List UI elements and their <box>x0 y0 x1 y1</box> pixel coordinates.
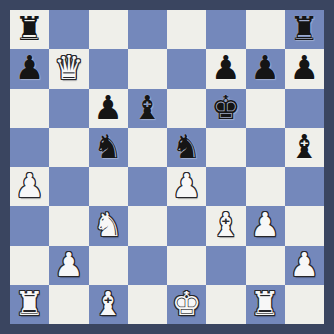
square-c1[interactable]: ♝ <box>89 285 128 324</box>
square-c6[interactable]: ♟ <box>89 89 128 128</box>
piece-black-pawn-f7[interactable]: ♟ <box>211 51 241 84</box>
square-e4[interactable]: ♟ <box>167 167 206 206</box>
chess-board: ♜♜♟♛♟♟♟♟♝♚♞♞♝♟♟♞♝♟♟♟♜♝♚♜ <box>10 10 324 324</box>
square-g1[interactable]: ♜ <box>246 285 285 324</box>
square-h7[interactable]: ♟ <box>285 49 324 88</box>
square-g2[interactable] <box>246 246 285 285</box>
piece-black-bishop-d6[interactable]: ♝ <box>133 91 163 124</box>
square-a3[interactable] <box>10 206 49 245</box>
square-b5[interactable] <box>49 128 88 167</box>
piece-black-bishop-h5[interactable]: ♝ <box>290 130 320 163</box>
square-b2[interactable]: ♟ <box>49 246 88 285</box>
square-a2[interactable] <box>10 246 49 285</box>
square-h2[interactable]: ♟ <box>285 246 324 285</box>
piece-black-pawn-h7[interactable]: ♟ <box>290 51 320 84</box>
chess-board-frame: ♜♜♟♛♟♟♟♟♝♚♞♞♝♟♟♞♝♟♟♟♜♝♚♜ <box>0 0 334 334</box>
square-b6[interactable] <box>49 89 88 128</box>
square-g4[interactable] <box>246 167 285 206</box>
square-a4[interactable]: ♟ <box>10 167 49 206</box>
square-c8[interactable] <box>89 10 128 49</box>
square-a7[interactable]: ♟ <box>10 49 49 88</box>
piece-white-bishop-c1[interactable]: ♝ <box>93 287 123 320</box>
square-f4[interactable] <box>206 167 245 206</box>
square-b1[interactable] <box>49 285 88 324</box>
square-d1[interactable] <box>128 285 167 324</box>
square-h1[interactable] <box>285 285 324 324</box>
square-e2[interactable] <box>167 246 206 285</box>
square-f7[interactable]: ♟ <box>206 49 245 88</box>
piece-white-pawn-g3[interactable]: ♟ <box>250 208 280 241</box>
square-e5[interactable]: ♞ <box>167 128 206 167</box>
square-h8[interactable]: ♜ <box>285 10 324 49</box>
square-f3[interactable]: ♝ <box>206 206 245 245</box>
square-a1[interactable]: ♜ <box>10 285 49 324</box>
square-c5[interactable]: ♞ <box>89 128 128 167</box>
piece-white-bishop-f3[interactable]: ♝ <box>211 208 241 241</box>
square-g6[interactable] <box>246 89 285 128</box>
square-a5[interactable] <box>10 128 49 167</box>
piece-black-rook-h8[interactable]: ♜ <box>290 12 320 45</box>
square-d6[interactable]: ♝ <box>128 89 167 128</box>
square-e7[interactable] <box>167 49 206 88</box>
piece-white-knight-c3[interactable]: ♞ <box>93 208 123 241</box>
piece-white-pawn-e4[interactable]: ♟ <box>172 169 202 202</box>
square-d2[interactable] <box>128 246 167 285</box>
square-e6[interactable] <box>167 89 206 128</box>
piece-white-rook-a1[interactable]: ♜ <box>15 287 45 320</box>
square-d5[interactable] <box>128 128 167 167</box>
square-c4[interactable] <box>89 167 128 206</box>
square-a6[interactable] <box>10 89 49 128</box>
piece-black-knight-e5[interactable]: ♞ <box>172 130 202 163</box>
square-h3[interactable] <box>285 206 324 245</box>
square-h6[interactable] <box>285 89 324 128</box>
square-g7[interactable]: ♟ <box>246 49 285 88</box>
square-b4[interactable] <box>49 167 88 206</box>
piece-white-pawn-b2[interactable]: ♟ <box>54 248 84 281</box>
piece-white-queen-b7[interactable]: ♛ <box>54 51 84 84</box>
square-d4[interactable] <box>128 167 167 206</box>
square-e8[interactable] <box>167 10 206 49</box>
square-a8[interactable]: ♜ <box>10 10 49 49</box>
square-d8[interactable] <box>128 10 167 49</box>
square-b7[interactable]: ♛ <box>49 49 88 88</box>
square-e3[interactable] <box>167 206 206 245</box>
square-f8[interactable] <box>206 10 245 49</box>
square-f2[interactable] <box>206 246 245 285</box>
square-d3[interactable] <box>128 206 167 245</box>
piece-black-pawn-g7[interactable]: ♟ <box>250 51 280 84</box>
piece-white-pawn-h2[interactable]: ♟ <box>290 248 320 281</box>
piece-black-rook-a8[interactable]: ♜ <box>15 12 45 45</box>
square-b8[interactable] <box>49 10 88 49</box>
piece-white-pawn-a4[interactable]: ♟ <box>15 169 45 202</box>
piece-black-king-f6[interactable]: ♚ <box>211 91 241 124</box>
square-h4[interactable] <box>285 167 324 206</box>
square-f5[interactable] <box>206 128 245 167</box>
piece-black-pawn-c6[interactable]: ♟ <box>93 91 123 124</box>
square-c2[interactable] <box>89 246 128 285</box>
square-c7[interactable] <box>89 49 128 88</box>
square-g5[interactable] <box>246 128 285 167</box>
square-f6[interactable]: ♚ <box>206 89 245 128</box>
square-c3[interactable]: ♞ <box>89 206 128 245</box>
square-g3[interactable]: ♟ <box>246 206 285 245</box>
piece-white-rook-g1[interactable]: ♜ <box>250 287 280 320</box>
piece-white-king-e1[interactable]: ♚ <box>172 287 202 320</box>
piece-black-pawn-a7[interactable]: ♟ <box>15 51 45 84</box>
square-g8[interactable] <box>246 10 285 49</box>
square-d7[interactable] <box>128 49 167 88</box>
square-h5[interactable]: ♝ <box>285 128 324 167</box>
square-f1[interactable] <box>206 285 245 324</box>
piece-black-knight-c5[interactable]: ♞ <box>93 130 123 163</box>
square-e1[interactable]: ♚ <box>167 285 206 324</box>
square-b3[interactable] <box>49 206 88 245</box>
